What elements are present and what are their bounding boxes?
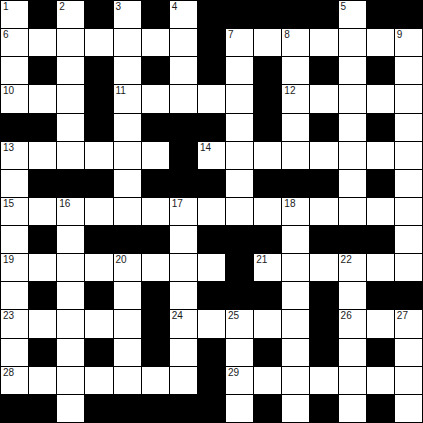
- clue-number: 15: [3, 198, 14, 210]
- black-cell: [29, 114, 56, 141]
- white-cell[interactable]: [339, 367, 366, 394]
- black-cell: [29, 339, 56, 366]
- white-cell[interactable]: [198, 310, 225, 337]
- white-cell[interactable]: 24: [170, 310, 197, 337]
- black-cell: [395, 282, 422, 309]
- black-cell: [226, 226, 253, 253]
- black-cell: [367, 1, 394, 28]
- white-cell[interactable]: [85, 142, 112, 169]
- black-cell: [142, 1, 169, 28]
- white-cell[interactable]: [1, 170, 28, 197]
- white-cell[interactable]: [29, 367, 56, 394]
- white-cell[interactable]: [57, 339, 84, 366]
- black-cell: [254, 170, 281, 197]
- white-cell[interactable]: [310, 367, 337, 394]
- white-cell[interactable]: [339, 170, 366, 197]
- clue-number: 8: [284, 29, 290, 41]
- white-cell[interactable]: [57, 142, 84, 169]
- white-cell[interactable]: [226, 198, 253, 225]
- black-cell: [367, 226, 394, 253]
- white-cell[interactable]: [282, 282, 309, 309]
- white-cell[interactable]: [254, 142, 281, 169]
- white-cell[interactable]: [226, 57, 253, 84]
- black-cell: [226, 282, 253, 309]
- white-cell[interactable]: [170, 85, 197, 112]
- white-cell[interactable]: [226, 142, 253, 169]
- black-cell: [367, 282, 394, 309]
- white-cell[interactable]: [367, 142, 394, 169]
- white-cell[interactable]: 7: [226, 29, 253, 56]
- white-cell[interactable]: [226, 395, 253, 422]
- white-cell[interactable]: 18: [282, 198, 309, 225]
- white-cell[interactable]: [226, 339, 253, 366]
- white-cell[interactable]: [282, 367, 309, 394]
- black-cell: [310, 395, 337, 422]
- white-cell[interactable]: [142, 198, 169, 225]
- white-cell[interactable]: [170, 339, 197, 366]
- white-cell[interactable]: 8: [282, 29, 309, 56]
- black-cell: [282, 170, 309, 197]
- white-cell[interactable]: [170, 254, 197, 281]
- black-cell: [198, 339, 225, 366]
- white-cell[interactable]: 9: [395, 29, 422, 56]
- white-cell[interactable]: 4: [170, 1, 197, 28]
- white-cell[interactable]: 26: [339, 310, 366, 337]
- black-cell: [198, 29, 225, 56]
- white-cell[interactable]: [170, 367, 197, 394]
- clue-number: 20: [116, 254, 127, 266]
- black-cell: [226, 1, 253, 28]
- white-cell[interactable]: [170, 29, 197, 56]
- crossword-board: 1234567891011121314151617181920212223242…: [0, 0, 423, 423]
- black-cell: [85, 282, 112, 309]
- black-cell: [114, 226, 141, 253]
- clue-number: 11: [116, 85, 126, 97]
- white-cell[interactable]: [114, 282, 141, 309]
- black-cell: [310, 339, 337, 366]
- white-cell[interactable]: [339, 282, 366, 309]
- black-cell: [142, 339, 169, 366]
- black-cell: [1, 114, 28, 141]
- white-cell[interactable]: 3: [114, 1, 141, 28]
- white-cell[interactable]: 2: [57, 1, 84, 28]
- black-cell: [226, 254, 253, 281]
- black-cell: [29, 282, 56, 309]
- white-cell[interactable]: [114, 339, 141, 366]
- white-cell[interactable]: 28: [1, 367, 28, 394]
- clue-number: 4: [172, 1, 178, 13]
- white-cell[interactable]: [367, 29, 394, 56]
- white-cell[interactable]: 1: [1, 1, 28, 28]
- white-cell[interactable]: [226, 114, 253, 141]
- white-cell[interactable]: [339, 142, 366, 169]
- clue-number: 24: [172, 310, 183, 322]
- white-cell[interactable]: [29, 142, 56, 169]
- black-cell: [367, 395, 394, 422]
- white-cell[interactable]: [114, 57, 141, 84]
- white-cell[interactable]: [282, 226, 309, 253]
- clue-number: 26: [341, 310, 352, 322]
- white-cell[interactable]: [29, 254, 56, 281]
- black-cell: [254, 1, 281, 28]
- white-cell[interactable]: [114, 170, 141, 197]
- white-cell[interactable]: [198, 198, 225, 225]
- clue-number: 1: [3, 1, 9, 13]
- white-cell[interactable]: [282, 339, 309, 366]
- white-cell[interactable]: [29, 310, 56, 337]
- black-cell: [310, 226, 337, 253]
- black-cell: [1, 395, 28, 422]
- white-cell[interactable]: [282, 142, 309, 169]
- clue-number: 13: [3, 142, 14, 154]
- white-cell[interactable]: 22: [339, 254, 366, 281]
- clue-number: 16: [59, 198, 70, 210]
- white-cell[interactable]: 29: [226, 367, 253, 394]
- black-cell: [198, 226, 225, 253]
- white-cell[interactable]: [395, 198, 422, 225]
- white-cell[interactable]: [114, 114, 141, 141]
- black-cell: [310, 1, 337, 28]
- white-cell[interactable]: [198, 254, 225, 281]
- black-cell: [85, 114, 112, 141]
- white-cell[interactable]: [310, 198, 337, 225]
- black-cell: [310, 310, 337, 337]
- clue-number: 18: [284, 198, 295, 210]
- white-cell[interactable]: [1, 339, 28, 366]
- white-cell[interactable]: [310, 29, 337, 56]
- black-cell: [198, 57, 225, 84]
- white-cell[interactable]: [282, 57, 309, 84]
- white-cell[interactable]: 25: [226, 310, 253, 337]
- white-cell[interactable]: [85, 310, 112, 337]
- white-cell[interactable]: [29, 198, 56, 225]
- black-cell: [57, 170, 84, 197]
- white-cell[interactable]: 20: [114, 254, 141, 281]
- white-cell[interactable]: [114, 310, 141, 337]
- white-cell[interactable]: [226, 85, 253, 112]
- white-cell[interactable]: [142, 367, 169, 394]
- white-cell[interactable]: [282, 310, 309, 337]
- black-cell: [254, 339, 281, 366]
- black-cell: [170, 395, 197, 422]
- white-cell[interactable]: [85, 254, 112, 281]
- white-cell[interactable]: 17: [170, 198, 197, 225]
- white-cell[interactable]: [310, 254, 337, 281]
- white-cell[interactable]: [114, 142, 141, 169]
- white-cell[interactable]: [57, 310, 84, 337]
- white-cell[interactable]: [114, 198, 141, 225]
- clue-number: 3: [116, 1, 122, 13]
- clue-number: 29: [228, 367, 239, 379]
- black-cell: [310, 282, 337, 309]
- white-cell[interactable]: [142, 142, 169, 169]
- black-cell: [114, 395, 141, 422]
- white-cell[interactable]: [395, 367, 422, 394]
- black-cell: [254, 226, 281, 253]
- black-cell: [198, 367, 225, 394]
- white-cell[interactable]: 11: [114, 85, 141, 112]
- clue-number: 21: [256, 254, 267, 266]
- white-cell[interactable]: 12: [282, 85, 309, 112]
- black-cell: [170, 142, 197, 169]
- black-cell: [29, 170, 56, 197]
- black-cell: [29, 1, 56, 28]
- black-cell: [198, 114, 225, 141]
- white-cell[interactable]: [226, 170, 253, 197]
- white-cell[interactable]: 15: [1, 198, 28, 225]
- white-cell[interactable]: [254, 198, 281, 225]
- white-cell[interactable]: [282, 395, 309, 422]
- black-cell: [367, 339, 394, 366]
- white-cell[interactable]: [367, 367, 394, 394]
- white-cell[interactable]: [142, 29, 169, 56]
- white-cell[interactable]: [339, 85, 366, 112]
- black-cell: [142, 114, 169, 141]
- white-cell[interactable]: [339, 57, 366, 84]
- white-cell[interactable]: [282, 114, 309, 141]
- clue-number: 12: [284, 85, 295, 97]
- clue-number: 19: [3, 254, 14, 266]
- white-cell[interactable]: [170, 226, 197, 253]
- white-cell[interactable]: [29, 29, 56, 56]
- clue-number: 6: [3, 29, 9, 41]
- white-cell[interactable]: [57, 254, 84, 281]
- white-cell[interactable]: [85, 367, 112, 394]
- white-cell[interactable]: [395, 142, 422, 169]
- white-cell[interactable]: [57, 226, 84, 253]
- black-cell: [29, 57, 56, 84]
- white-cell[interactable]: [310, 142, 337, 169]
- clue-number: 14: [200, 142, 211, 154]
- white-cell[interactable]: 5: [339, 1, 366, 28]
- white-cell[interactable]: [367, 198, 394, 225]
- white-cell[interactable]: [85, 198, 112, 225]
- black-cell: [85, 395, 112, 422]
- white-cell[interactable]: [339, 339, 366, 366]
- black-cell: [29, 395, 56, 422]
- black-cell: [310, 170, 337, 197]
- black-cell: [29, 226, 56, 253]
- white-cell[interactable]: [367, 85, 394, 112]
- black-cell: [339, 226, 366, 253]
- white-cell[interactable]: [57, 367, 84, 394]
- black-cell: [198, 395, 225, 422]
- white-cell[interactable]: 23: [1, 310, 28, 337]
- white-cell[interactable]: [367, 310, 394, 337]
- black-cell: [367, 57, 394, 84]
- clue-number: 10: [3, 85, 14, 97]
- clue-number: 9: [397, 29, 403, 41]
- white-cell[interactable]: [1, 57, 28, 84]
- black-cell: [198, 282, 225, 309]
- clue-number: 17: [172, 198, 183, 210]
- clue-number: 7: [228, 29, 234, 41]
- white-cell[interactable]: 27: [395, 310, 422, 337]
- white-cell[interactable]: [198, 85, 225, 112]
- white-cell[interactable]: [395, 114, 422, 141]
- white-cell[interactable]: [395, 339, 422, 366]
- white-cell[interactable]: 10: [1, 85, 28, 112]
- white-cell[interactable]: [339, 395, 366, 422]
- white-cell[interactable]: [57, 282, 84, 309]
- black-cell: [254, 114, 281, 141]
- black-cell: [85, 57, 112, 84]
- white-cell[interactable]: 21: [254, 254, 281, 281]
- clue-number: 2: [59, 1, 65, 13]
- black-cell: [142, 57, 169, 84]
- black-cell: [254, 282, 281, 309]
- white-cell[interactable]: [85, 29, 112, 56]
- white-cell[interactable]: 14: [198, 142, 225, 169]
- white-cell[interactable]: [282, 254, 309, 281]
- white-cell[interactable]: 16: [57, 198, 84, 225]
- black-cell: [367, 170, 394, 197]
- black-cell: [142, 310, 169, 337]
- white-cell[interactable]: [1, 226, 28, 253]
- black-cell: [395, 1, 422, 28]
- white-cell[interactable]: [57, 395, 84, 422]
- white-cell[interactable]: [57, 85, 84, 112]
- white-cell[interactable]: [339, 198, 366, 225]
- black-cell: [310, 57, 337, 84]
- white-cell[interactable]: [170, 57, 197, 84]
- white-cell[interactable]: [170, 282, 197, 309]
- black-cell: [142, 395, 169, 422]
- white-cell[interactable]: [29, 85, 56, 112]
- white-cell[interactable]: [395, 57, 422, 84]
- white-cell[interactable]: 6: [1, 29, 28, 56]
- white-cell[interactable]: [395, 226, 422, 253]
- white-cell[interactable]: 13: [1, 142, 28, 169]
- white-cell[interactable]: [57, 29, 84, 56]
- white-cell[interactable]: [367, 254, 394, 281]
- white-cell[interactable]: [254, 310, 281, 337]
- black-cell: [198, 170, 225, 197]
- white-cell[interactable]: [395, 170, 422, 197]
- white-cell[interactable]: [395, 395, 422, 422]
- white-cell[interactable]: [310, 85, 337, 112]
- black-cell: [85, 1, 112, 28]
- clue-number: 22: [341, 254, 352, 266]
- black-cell: [170, 114, 197, 141]
- black-cell: [198, 1, 225, 28]
- black-cell: [170, 170, 197, 197]
- black-cell: [85, 170, 112, 197]
- clue-number: 25: [228, 310, 239, 322]
- black-cell: [142, 226, 169, 253]
- white-cell[interactable]: [57, 57, 84, 84]
- white-cell[interactable]: [1, 282, 28, 309]
- white-cell[interactable]: [254, 367, 281, 394]
- clue-number: 27: [397, 310, 408, 322]
- black-cell: [367, 114, 394, 141]
- white-cell[interactable]: [339, 29, 366, 56]
- white-cell[interactable]: [114, 367, 141, 394]
- white-cell[interactable]: [114, 29, 141, 56]
- black-cell: [254, 85, 281, 112]
- white-cell[interactable]: [395, 254, 422, 281]
- black-cell: [142, 282, 169, 309]
- white-cell[interactable]: [395, 85, 422, 112]
- white-cell[interactable]: [57, 114, 84, 141]
- white-cell[interactable]: [339, 114, 366, 141]
- black-cell: [85, 85, 112, 112]
- white-cell[interactable]: [142, 254, 169, 281]
- clue-number: 5: [341, 1, 347, 13]
- black-cell: [282, 1, 309, 28]
- clue-number: 28: [3, 367, 14, 379]
- white-cell[interactable]: [254, 29, 281, 56]
- black-cell: [310, 114, 337, 141]
- clue-number: 23: [3, 310, 14, 322]
- black-cell: [254, 57, 281, 84]
- black-cell: [85, 226, 112, 253]
- white-cell[interactable]: 19: [1, 254, 28, 281]
- black-cell: [85, 339, 112, 366]
- black-cell: [254, 395, 281, 422]
- black-cell: [142, 170, 169, 197]
- white-cell[interactable]: [142, 85, 169, 112]
